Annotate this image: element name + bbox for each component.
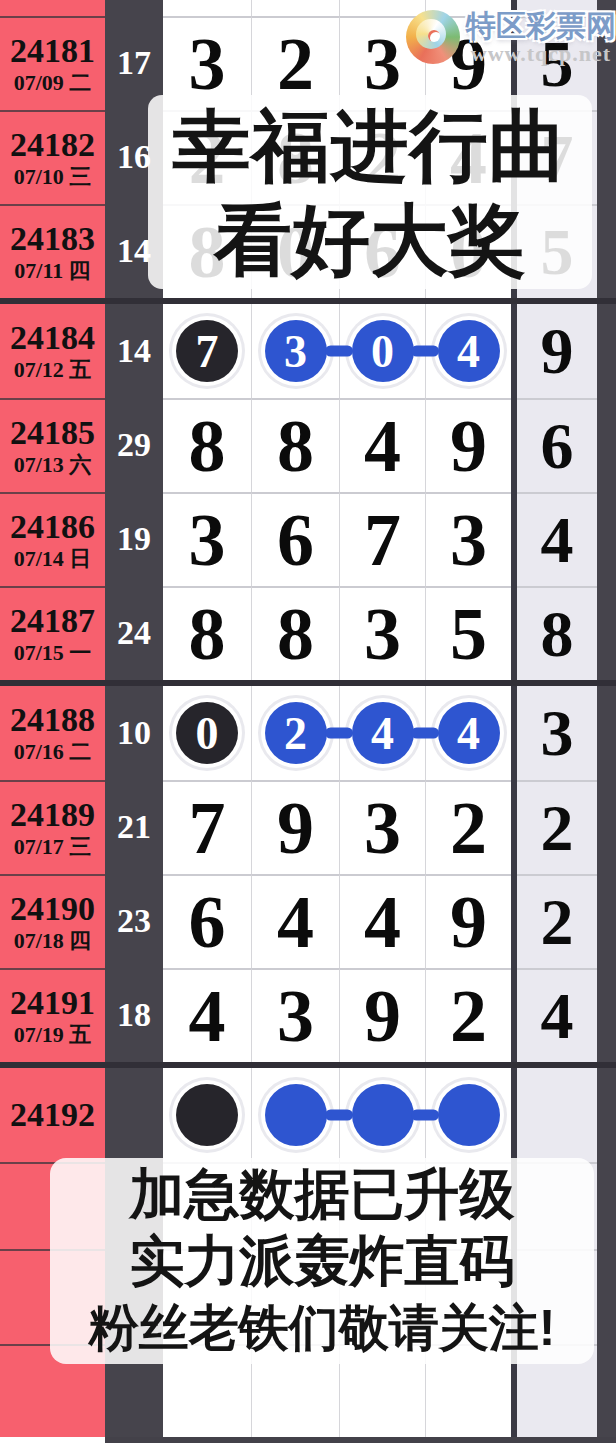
digit-cell xyxy=(163,1068,251,1162)
blue-circle-empty xyxy=(438,1084,500,1146)
tail-cell: 9 xyxy=(517,304,597,398)
draw-number: 24184 xyxy=(10,319,95,357)
bottom-band xyxy=(105,1437,616,1443)
draw-cell: 24190 07/18 四 xyxy=(0,874,105,968)
draw-date: 07/11 四 xyxy=(14,258,90,284)
draw-date: 07/13 六 xyxy=(14,452,92,478)
sum-cell: 19 xyxy=(105,492,163,586)
blue-circle-digit: 4 xyxy=(438,702,500,764)
right-edge xyxy=(597,1162,616,1249)
draw-number: 24189 xyxy=(10,796,95,834)
right-edge xyxy=(597,492,616,586)
lollipop-swirl-icon xyxy=(406,10,460,64)
blue-circle-digit: 2 xyxy=(265,702,327,764)
promo-banner-top: 幸福进行曲 看好大奖 xyxy=(148,95,592,289)
digit-cell: 4 xyxy=(163,968,251,1062)
tail-cell: 6 xyxy=(517,398,597,492)
tail-cell xyxy=(517,1068,597,1162)
draw-date: 07/15 一 xyxy=(14,640,92,666)
promo-line: 粉丝老铁们敬请关注! xyxy=(89,1295,556,1362)
right-edge xyxy=(597,686,616,780)
draw-date: 07/18 四 xyxy=(14,928,92,954)
circle-connector xyxy=(325,346,353,357)
digit-cell: 9 xyxy=(425,398,511,492)
digit-cell: 9 xyxy=(251,780,339,874)
tail-cell: 4 xyxy=(517,492,597,586)
sum-cell xyxy=(105,1068,163,1162)
promo-line: 加急数据已升级 xyxy=(130,1161,515,1228)
black-circle-digit: 7 xyxy=(176,320,238,382)
digit-cell: 0 xyxy=(163,686,251,780)
draw-number: 24183 xyxy=(10,220,95,258)
sum-cell xyxy=(105,0,163,16)
right-edge xyxy=(597,204,616,298)
logo-text: 特区彩票网 www.tqcp.net xyxy=(466,10,616,66)
digit-cell: 3 xyxy=(339,586,425,680)
table-row-marked: 24188 07/16 二 10 0 2 4 4 3 xyxy=(0,686,616,780)
digit-cell: 8 xyxy=(251,398,339,492)
digit-cell: 8 xyxy=(163,398,251,492)
draw-date: 07/16 二 xyxy=(14,739,92,765)
draw-cell: 24188 07/16 二 xyxy=(0,686,105,780)
right-edge xyxy=(597,110,616,204)
draw-number: 24186 xyxy=(10,508,95,546)
right-edge xyxy=(597,586,616,680)
tail-cell: 2 xyxy=(517,780,597,874)
promo-line: 幸福进行曲 xyxy=(173,99,568,194)
draw-number: 24187 xyxy=(10,602,95,640)
sum-cell: 18 xyxy=(105,968,163,1062)
draw-cell: 24187 07/15 一 xyxy=(0,586,105,680)
lottery-trend-chart: 24181 07/09 二 17 3 2 3 9 5 24182 07/10 三… xyxy=(0,0,616,1443)
site-name: 特区彩票网 xyxy=(466,10,616,42)
digit-cell: 7 xyxy=(163,780,251,874)
tail-cell: 4 xyxy=(517,968,597,1062)
draw-number: 24181 xyxy=(10,32,95,70)
draw-cell: 24182 07/10 三 xyxy=(0,110,105,204)
digit-cell: 7 xyxy=(163,304,251,398)
digit-cell: 3 xyxy=(163,492,251,586)
digit-cell: 3 xyxy=(425,492,511,586)
digit-cell: 7 xyxy=(339,492,425,586)
table-row-marked: 24184 07/12 五 14 7 3 0 4 9 xyxy=(0,304,616,398)
draw-cell: 24192 xyxy=(0,1068,105,1162)
draw-date: 07/12 五 xyxy=(14,357,92,383)
draw-number: 24182 xyxy=(10,126,95,164)
digit-cell: 4 xyxy=(339,874,425,968)
draw-cell: 24183 07/11 四 xyxy=(0,204,105,298)
right-edge xyxy=(597,780,616,874)
digit-cell: 8 xyxy=(251,586,339,680)
site-logo[interactable]: 特区彩票网 www.tqcp.net xyxy=(406,10,616,68)
draw-date: 07/09 二 xyxy=(14,70,92,96)
draw-cell: 24185 07/13 六 xyxy=(0,398,105,492)
table-row: 24189 07/17 三 21 7 9 3 2 2 xyxy=(0,780,616,874)
digit-cell: 5 xyxy=(425,586,511,680)
promo-line: 看好大奖 xyxy=(214,194,526,286)
table-row: 24185 07/13 六 29 8 8 4 9 6 xyxy=(0,398,616,492)
draw-number: 24192 xyxy=(10,1096,95,1134)
digit-cell: 4 xyxy=(251,874,339,968)
table-row: 24187 07/15 一 24 8 8 3 5 8 xyxy=(0,586,616,680)
digit-cell: 2 xyxy=(425,968,511,1062)
draw-date: 07/14 日 xyxy=(14,546,92,572)
draw-cell: 24186 07/14 日 xyxy=(0,492,105,586)
draw-date: 07/10 三 xyxy=(14,164,92,190)
right-edge xyxy=(597,1249,616,1344)
circle-connector xyxy=(411,346,439,357)
blue-circle-digit: 4 xyxy=(438,320,500,382)
tail-cell: 3 xyxy=(517,686,597,780)
draw-cell: 24184 07/12 五 xyxy=(0,304,105,398)
digit-cell: 6 xyxy=(251,492,339,586)
blue-circle-empty xyxy=(352,1084,414,1146)
circle-connector xyxy=(325,1110,353,1121)
table-row: 24190 07/18 四 23 6 4 4 9 2 xyxy=(0,874,616,968)
draw-cell xyxy=(0,0,105,16)
draw-date: 07/19 五 xyxy=(14,1022,92,1048)
right-edge xyxy=(597,1068,616,1162)
digit-cell: 2 xyxy=(425,780,511,874)
digit-cell: 4 xyxy=(339,398,425,492)
sum-cell: 21 xyxy=(105,780,163,874)
blue-circle-empty xyxy=(265,1084,327,1146)
tail-cell: 8 xyxy=(517,586,597,680)
right-edge xyxy=(597,968,616,1062)
digit-cell: 6 xyxy=(163,874,251,968)
promo-line: 实力派轰炸直码 xyxy=(130,1228,515,1295)
digit-cell: 3 xyxy=(339,780,425,874)
sum-cell: 14 xyxy=(105,304,163,398)
black-circle-empty xyxy=(176,1084,238,1146)
sum-cell: 29 xyxy=(105,398,163,492)
draw-number: 24190 xyxy=(10,890,95,928)
right-edge xyxy=(597,1344,616,1437)
circle-connector xyxy=(411,1110,439,1121)
draw-cell: 24181 07/09 二 xyxy=(0,16,105,110)
draw-number: 24185 xyxy=(10,414,95,452)
draw-date: 07/17 三 xyxy=(14,834,92,860)
promo-banner-bottom: 加急数据已升级 实力派轰炸直码 粉丝老铁们敬请关注! xyxy=(50,1158,594,1364)
digit-cell: 9 xyxy=(425,874,511,968)
right-edge xyxy=(597,304,616,398)
table-row: 24191 07/19 五 18 4 3 9 2 4 xyxy=(0,968,616,1062)
blue-circle-digit: 0 xyxy=(352,320,414,382)
draw-number: 24188 xyxy=(10,701,95,739)
draw-number: 24191 xyxy=(10,984,95,1022)
digit-cell: 9 xyxy=(339,968,425,1062)
site-url: www.tqcp.net xyxy=(471,42,611,66)
right-edge xyxy=(597,874,616,968)
blue-circle-digit: 3 xyxy=(265,320,327,382)
circle-connector xyxy=(411,728,439,739)
right-edge xyxy=(597,398,616,492)
draw-cell: 24191 07/19 五 xyxy=(0,968,105,1062)
black-circle-digit: 0 xyxy=(176,702,238,764)
table-row-pending: 24192 xyxy=(0,1068,616,1162)
sum-cell: 10 xyxy=(105,686,163,780)
draw-cell: 24189 07/17 三 xyxy=(0,780,105,874)
circle-connector xyxy=(325,728,353,739)
table-row: 24186 07/14 日 19 3 6 7 3 4 xyxy=(0,492,616,586)
sum-cell: 23 xyxy=(105,874,163,968)
digit-cell: 8 xyxy=(163,586,251,680)
blue-circle-digit: 4 xyxy=(352,702,414,764)
digit-cell: 3 xyxy=(251,968,339,1062)
sum-cell: 24 xyxy=(105,586,163,680)
tail-cell: 2 xyxy=(517,874,597,968)
